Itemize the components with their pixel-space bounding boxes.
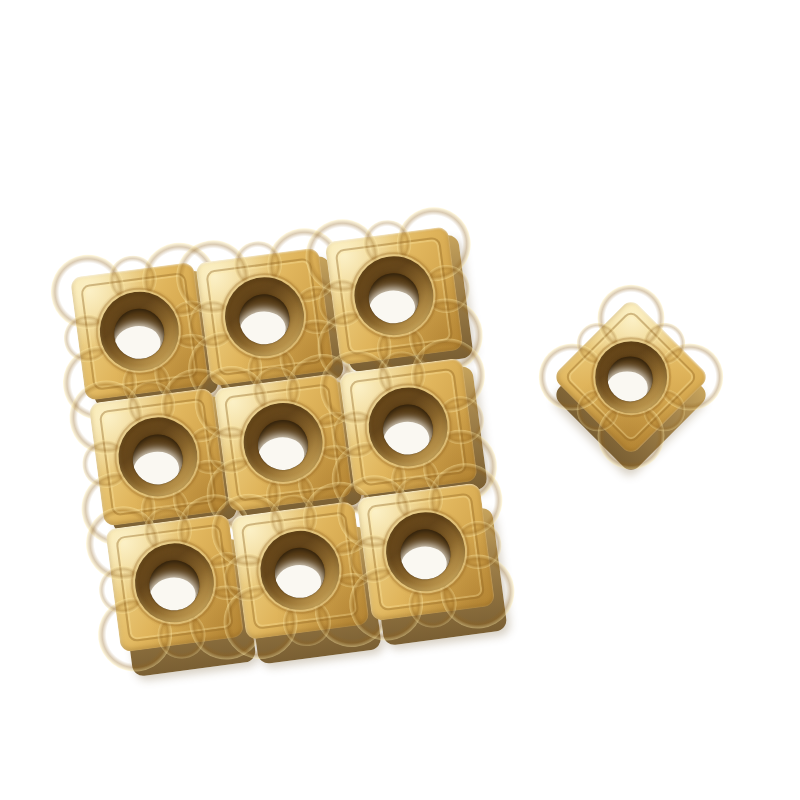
carbide-insert xyxy=(339,358,478,497)
carbide-insert xyxy=(195,247,334,386)
insert-top-face xyxy=(89,387,228,526)
insert-through-hole xyxy=(271,545,327,601)
insert-hole-highlight xyxy=(147,574,197,613)
insert-top-face xyxy=(325,226,464,365)
insert-through-hole xyxy=(129,431,185,487)
loose-insert-area xyxy=(546,292,716,462)
insert-top-face xyxy=(70,262,209,401)
insert-hole-highlight xyxy=(131,449,181,488)
carbide-insert xyxy=(105,513,244,652)
insert-through-hole xyxy=(365,270,421,326)
carbide-insert xyxy=(356,482,495,621)
insert-through-hole xyxy=(255,417,311,473)
insert-countersink xyxy=(595,341,667,413)
carbide-insert xyxy=(575,321,687,433)
insert-hole-highlight xyxy=(273,562,323,601)
carbide-insert xyxy=(325,226,464,365)
product-photo-stage xyxy=(0,0,800,800)
carbide-insert xyxy=(70,262,209,401)
insert-hole-highlight xyxy=(237,308,287,347)
insert-through-hole xyxy=(146,557,202,613)
insert-top-face xyxy=(214,373,353,512)
insert-group xyxy=(70,228,496,654)
insert-hole-highlight xyxy=(398,543,448,582)
insert-hole-highlight xyxy=(256,434,306,473)
insert-top-face xyxy=(105,513,244,652)
insert-through-hole xyxy=(608,356,653,401)
insert-top-face xyxy=(231,501,370,640)
insert-top-face xyxy=(552,298,710,456)
insert-through-hole xyxy=(397,526,453,582)
carbide-insert xyxy=(89,387,228,526)
carbide-insert xyxy=(214,373,353,512)
insert-hole-highlight xyxy=(381,419,431,458)
insert-through-hole xyxy=(236,291,292,347)
insert-through-hole xyxy=(111,305,167,361)
insert-top-face xyxy=(356,482,495,621)
carbide-insert xyxy=(231,501,370,640)
insert-hole-highlight xyxy=(112,323,162,362)
insert-top-face xyxy=(339,358,478,497)
insert-top-face xyxy=(195,247,334,386)
insert-hole-highlight xyxy=(608,372,649,402)
insert-through-hole xyxy=(380,401,436,457)
insert-hole-highlight xyxy=(367,287,417,326)
